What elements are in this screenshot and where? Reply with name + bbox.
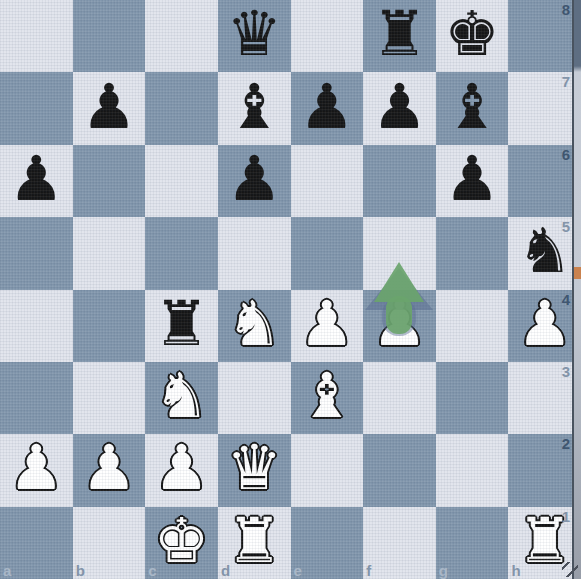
square-h6[interactable]: 6 (508, 145, 581, 217)
edge-orange-marker (574, 267, 581, 279)
piece-black-pawn-b7[interactable]: ♟ (81, 76, 137, 138)
square-f8[interactable]: ♜ (363, 0, 436, 72)
piece-white-bishop-e3[interactable]: ♝ (299, 365, 355, 427)
square-d7[interactable]: ♝ (218, 72, 291, 144)
piece-black-rook-c4[interactable]: ♜ (154, 293, 210, 355)
piece-black-bishop-d7[interactable]: ♝ (226, 76, 282, 138)
piece-black-king-g8[interactable]: ♚ (444, 3, 500, 65)
piece-white-king-c1[interactable]: ♚ (154, 510, 210, 572)
square-f3[interactable] (363, 362, 436, 434)
piece-white-queen-d2[interactable]: ♛ (226, 437, 282, 499)
square-f1[interactable]: f (363, 507, 436, 579)
square-a6[interactable]: ♟ (0, 145, 73, 217)
file-label-g: g (439, 562, 448, 579)
square-a3[interactable] (0, 362, 73, 434)
square-g7[interactable]: ♝ (436, 72, 509, 144)
chess-board-panel: ♛♜♚8♟♝♟♟♝7♟♟♟65♞♜♞♟♟4♟♞♝3♟♟♟♛2abc♚d♜efg1… (0, 0, 581, 579)
piece-white-knight-d4[interactable]: ♞ (226, 293, 282, 355)
square-b1[interactable]: b (73, 507, 146, 579)
square-b7[interactable]: ♟ (73, 72, 146, 144)
square-b5[interactable] (73, 217, 146, 289)
board-edge-strip (572, 0, 581, 579)
square-a8[interactable] (0, 0, 73, 72)
piece-black-pawn-d6[interactable]: ♟ (226, 148, 282, 210)
square-h7[interactable]: 7 (508, 72, 581, 144)
square-c3[interactable]: ♞ (145, 362, 218, 434)
square-e3[interactable]: ♝ (291, 362, 364, 434)
square-a4[interactable] (0, 290, 73, 362)
piece-white-pawn-f4[interactable]: ♟ (372, 293, 428, 355)
rank-label-3: 3 (562, 363, 570, 380)
piece-white-pawn-c2[interactable]: ♟ (154, 437, 210, 499)
piece-black-queen-d8[interactable]: ♛ (226, 3, 282, 65)
piece-black-pawn-e7[interactable]: ♟ (299, 76, 355, 138)
square-h2[interactable]: 2 (508, 434, 581, 506)
piece-white-pawn-a2[interactable]: ♟ (9, 437, 65, 499)
square-d1[interactable]: d♜ (218, 507, 291, 579)
square-f4[interactable]: ♟ (363, 290, 436, 362)
piece-white-pawn-h4[interactable]: ♟ (517, 293, 573, 355)
piece-black-pawn-a6[interactable]: ♟ (9, 148, 65, 210)
square-d6[interactable]: ♟ (218, 145, 291, 217)
piece-white-pawn-b2[interactable]: ♟ (81, 437, 137, 499)
square-g5[interactable] (436, 217, 509, 289)
square-e2[interactable] (291, 434, 364, 506)
square-f2[interactable] (363, 434, 436, 506)
piece-white-knight-c3[interactable]: ♞ (154, 365, 210, 427)
resize-handle-icon[interactable] (562, 562, 578, 577)
square-a1[interactable]: a (0, 507, 73, 579)
square-a2[interactable]: ♟ (0, 434, 73, 506)
square-h5[interactable]: 5♞ (508, 217, 581, 289)
square-c7[interactable] (145, 72, 218, 144)
square-b6[interactable] (73, 145, 146, 217)
square-c5[interactable] (145, 217, 218, 289)
square-d4[interactable]: ♞ (218, 290, 291, 362)
rank-label-2: 2 (562, 435, 570, 452)
square-g8[interactable]: ♚ (436, 0, 509, 72)
piece-white-rook-d1[interactable]: ♜ (226, 510, 282, 572)
square-b8[interactable] (73, 0, 146, 72)
square-e4[interactable]: ♟ (291, 290, 364, 362)
square-e6[interactable] (291, 145, 364, 217)
file-label-a: a (3, 562, 11, 579)
square-c8[interactable] (145, 0, 218, 72)
square-c6[interactable] (145, 145, 218, 217)
square-g4[interactable] (436, 290, 509, 362)
square-c1[interactable]: c♚ (145, 507, 218, 579)
square-e1[interactable]: e (291, 507, 364, 579)
square-h8[interactable]: 8 (508, 0, 581, 72)
square-c4[interactable]: ♜ (145, 290, 218, 362)
square-a5[interactable] (0, 217, 73, 289)
piece-black-pawn-f7[interactable]: ♟ (372, 76, 428, 138)
piece-black-pawn-g6[interactable]: ♟ (444, 148, 500, 210)
file-label-b: b (76, 562, 85, 579)
square-h3[interactable]: 3 (508, 362, 581, 434)
square-e5[interactable] (291, 217, 364, 289)
square-b4[interactable] (73, 290, 146, 362)
square-f5[interactable] (363, 217, 436, 289)
square-b2[interactable]: ♟ (73, 434, 146, 506)
square-g1[interactable]: g (436, 507, 509, 579)
file-label-f: f (366, 562, 371, 579)
square-d3[interactable] (218, 362, 291, 434)
square-h4[interactable]: 4♟ (508, 290, 581, 362)
square-f7[interactable]: ♟ (363, 72, 436, 144)
square-c2[interactable]: ♟ (145, 434, 218, 506)
square-f6[interactable] (363, 145, 436, 217)
rank-label-8: 8 (562, 1, 570, 18)
square-b3[interactable] (73, 362, 146, 434)
piece-black-bishop-g7[interactable]: ♝ (444, 76, 500, 138)
piece-black-rook-f8[interactable]: ♜ (372, 3, 428, 65)
square-a7[interactable] (0, 72, 73, 144)
rank-label-6: 6 (562, 146, 570, 163)
rank-label-7: 7 (562, 73, 570, 90)
square-g3[interactable] (436, 362, 509, 434)
piece-black-knight-h5[interactable]: ♞ (517, 220, 573, 282)
piece-white-pawn-e4[interactable]: ♟ (299, 293, 355, 355)
square-e8[interactable] (291, 0, 364, 72)
square-d2[interactable]: ♛ (218, 434, 291, 506)
file-label-e: e (294, 562, 302, 579)
square-g2[interactable] (436, 434, 509, 506)
square-g6[interactable]: ♟ (436, 145, 509, 217)
chess-board: ♛♜♚8♟♝♟♟♝7♟♟♟65♞♜♞♟♟4♟♞♝3♟♟♟♛2abc♚d♜efg1… (0, 0, 581, 579)
square-e7[interactable]: ♟ (291, 72, 364, 144)
square-d8[interactable]: ♛ (218, 0, 291, 72)
square-d5[interactable] (218, 217, 291, 289)
